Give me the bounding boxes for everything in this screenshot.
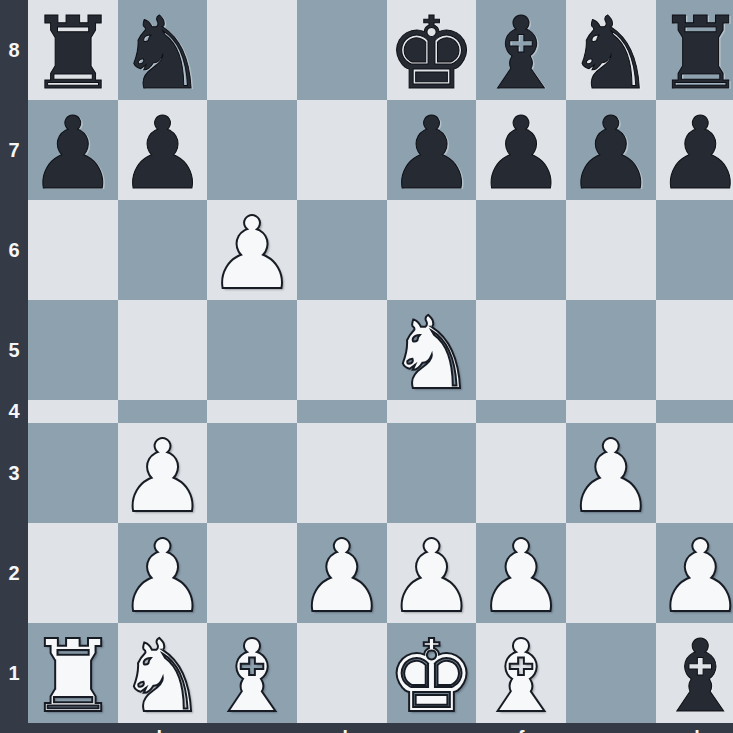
black-rook: ♜ xyxy=(28,4,118,104)
square-e8[interactable]: ♚ xyxy=(387,0,477,100)
square-c8[interactable] xyxy=(207,0,297,100)
square-h2[interactable]: ♟ xyxy=(656,523,733,623)
square-c7[interactable] xyxy=(207,100,297,200)
square-c4[interactable] xyxy=(207,400,297,423)
file-label-c: c xyxy=(207,723,297,733)
black-pawn: ♟ xyxy=(387,104,477,204)
black-pawn: ♟ xyxy=(566,104,656,204)
file-label-h: h xyxy=(656,723,733,733)
file-label-d: d xyxy=(297,723,387,733)
square-d3[interactable] xyxy=(297,423,387,523)
square-a7[interactable]: ♟ xyxy=(28,100,118,200)
chess-board: 8♜♞♚♝♞♜7♟♟♟♟♟♟6♟5♞43♟♟2♟♟♟♟♟1♜♞♝♚♝♝abcde… xyxy=(0,0,733,733)
square-e7[interactable]: ♟ xyxy=(387,100,477,200)
file-label-a: a xyxy=(28,723,118,733)
square-d6[interactable] xyxy=(297,200,387,300)
black-knight: ♞ xyxy=(566,4,656,104)
rank-label-3: 3 xyxy=(0,423,28,523)
rank-label-5: 5 xyxy=(0,300,28,400)
square-e6[interactable] xyxy=(387,200,477,300)
rank-label-8: 8 xyxy=(0,0,28,100)
file-label-g: g xyxy=(566,723,656,733)
rank-label-1: 1 xyxy=(0,623,28,723)
square-a5[interactable] xyxy=(28,300,118,400)
square-b4[interactable] xyxy=(118,400,208,423)
square-g1[interactable] xyxy=(566,623,656,723)
square-a2[interactable] xyxy=(28,523,118,623)
square-d1[interactable] xyxy=(297,623,387,723)
white-pawn: ♟ xyxy=(566,427,656,527)
square-h1[interactable]: ♝ xyxy=(656,623,733,723)
white-king: ♚ xyxy=(387,627,477,727)
square-f3[interactable] xyxy=(476,423,566,523)
square-g8[interactable]: ♞ xyxy=(566,0,656,100)
square-h7[interactable]: ♟ xyxy=(656,100,733,200)
white-pawn: ♟ xyxy=(387,527,477,627)
square-d2[interactable]: ♟ xyxy=(297,523,387,623)
white-knight: ♞ xyxy=(387,304,477,404)
square-f2[interactable]: ♟ xyxy=(476,523,566,623)
board-corner xyxy=(0,723,28,733)
black-king: ♚ xyxy=(387,4,477,104)
square-h8[interactable]: ♜ xyxy=(656,0,733,100)
rank-label-4: 4 xyxy=(0,400,28,423)
black-knight: ♞ xyxy=(118,4,208,104)
square-c5[interactable] xyxy=(207,300,297,400)
square-b7[interactable]: ♟ xyxy=(118,100,208,200)
square-g4[interactable] xyxy=(566,400,656,423)
rank-label-2: 2 xyxy=(0,523,28,623)
white-bishop: ♝ xyxy=(207,627,297,727)
square-a8[interactable]: ♜ xyxy=(28,0,118,100)
square-b1[interactable]: ♞ xyxy=(118,623,208,723)
square-e2[interactable]: ♟ xyxy=(387,523,477,623)
square-h6[interactable] xyxy=(656,200,733,300)
square-g2[interactable] xyxy=(566,523,656,623)
square-d5[interactable] xyxy=(297,300,387,400)
square-b5[interactable] xyxy=(118,300,208,400)
white-rook: ♜ xyxy=(28,627,118,727)
chess-board-frame: 8♜♞♚♝♞♜7♟♟♟♟♟♟6♟5♞43♟♟2♟♟♟♟♟1♜♞♝♚♝♝abcde… xyxy=(0,0,733,733)
black-bishop: ♝ xyxy=(656,627,733,727)
square-e3[interactable] xyxy=(387,423,477,523)
square-d8[interactable] xyxy=(297,0,387,100)
square-c6[interactable]: ♟ xyxy=(207,200,297,300)
square-h5[interactable] xyxy=(656,300,733,400)
square-c3[interactable] xyxy=(207,423,297,523)
square-f4[interactable] xyxy=(476,400,566,423)
file-label-f: f xyxy=(476,723,566,733)
square-d4[interactable] xyxy=(297,400,387,423)
rank-label-6: 6 xyxy=(0,200,28,300)
rank-label-7: 7 xyxy=(0,100,28,200)
square-d7[interactable] xyxy=(297,100,387,200)
square-g7[interactable]: ♟ xyxy=(566,100,656,200)
square-g6[interactable] xyxy=(566,200,656,300)
file-label-b: b xyxy=(118,723,208,733)
black-rook: ♜ xyxy=(656,4,733,104)
white-pawn: ♟ xyxy=(118,427,208,527)
square-e4[interactable] xyxy=(387,400,477,423)
white-pawn: ♟ xyxy=(118,527,208,627)
white-pawn: ♟ xyxy=(207,204,297,304)
white-pawn: ♟ xyxy=(476,527,566,627)
square-b8[interactable]: ♞ xyxy=(118,0,208,100)
square-a4[interactable] xyxy=(28,400,118,423)
square-a6[interactable] xyxy=(28,200,118,300)
square-g3[interactable]: ♟ xyxy=(566,423,656,523)
square-c2[interactable] xyxy=(207,523,297,623)
square-b2[interactable]: ♟ xyxy=(118,523,208,623)
square-a1[interactable]: ♜ xyxy=(28,623,118,723)
white-pawn: ♟ xyxy=(297,527,387,627)
square-f8[interactable]: ♝ xyxy=(476,0,566,100)
black-pawn: ♟ xyxy=(476,104,566,204)
square-f1[interactable]: ♝ xyxy=(476,623,566,723)
black-pawn: ♟ xyxy=(656,104,733,204)
white-knight: ♞ xyxy=(118,627,208,727)
square-a3[interactable] xyxy=(28,423,118,523)
square-c1[interactable]: ♝ xyxy=(207,623,297,723)
square-g5[interactable] xyxy=(566,300,656,400)
square-b6[interactable] xyxy=(118,200,208,300)
square-f6[interactable] xyxy=(476,200,566,300)
white-bishop: ♝ xyxy=(476,627,566,727)
square-h4[interactable] xyxy=(656,400,733,423)
file-label-e: e xyxy=(387,723,477,733)
square-h3[interactable] xyxy=(656,423,733,523)
black-pawn: ♟ xyxy=(28,104,118,204)
square-f7[interactable]: ♟ xyxy=(476,100,566,200)
black-pawn: ♟ xyxy=(118,104,208,204)
square-e1[interactable]: ♚ xyxy=(387,623,477,723)
black-bishop: ♝ xyxy=(476,4,566,104)
square-e5[interactable]: ♞ xyxy=(387,300,477,400)
square-b3[interactable]: ♟ xyxy=(118,423,208,523)
square-f5[interactable] xyxy=(476,300,566,400)
white-pawn: ♟ xyxy=(656,527,733,627)
